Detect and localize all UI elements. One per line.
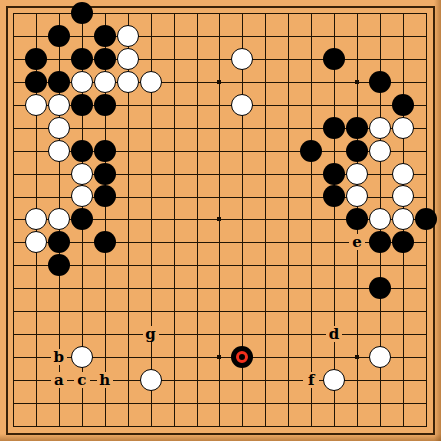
- circle-mark-icon: [236, 351, 248, 363]
- white-stone: [71, 185, 93, 207]
- point-label-a: a: [51, 372, 67, 388]
- white-stone: [117, 25, 139, 47]
- black-stone: [369, 277, 391, 299]
- white-stone: [392, 185, 414, 207]
- white-stone: [140, 71, 162, 93]
- white-stone: [25, 94, 47, 116]
- white-stone: [231, 48, 253, 70]
- white-stone: [231, 94, 253, 116]
- white-stone: [117, 48, 139, 70]
- black-stone: [346, 208, 368, 230]
- black-stone: [94, 231, 116, 253]
- white-stone: [71, 163, 93, 185]
- white-stone: [117, 71, 139, 93]
- black-stone: [346, 117, 368, 139]
- black-stone: [94, 48, 116, 70]
- black-stone: [323, 48, 345, 70]
- black-stone: [48, 231, 70, 253]
- black-stone: [71, 2, 93, 24]
- black-stone: [25, 71, 47, 93]
- white-stone: [48, 140, 70, 162]
- black-stone: [48, 71, 70, 93]
- white-stone: [94, 71, 116, 93]
- black-stone: [48, 254, 70, 276]
- black-stone: [392, 94, 414, 116]
- black-stone: [71, 94, 93, 116]
- point-label-g: g: [143, 326, 159, 342]
- black-stone: [300, 140, 322, 162]
- black-stone: [369, 71, 391, 93]
- white-stone: [25, 231, 47, 253]
- black-stone: [323, 185, 345, 207]
- black-stone: [94, 185, 116, 207]
- point-label-b: b: [51, 349, 67, 365]
- white-stone: [369, 117, 391, 139]
- white-stone: [369, 140, 391, 162]
- black-stone: [323, 163, 345, 185]
- white-stone: [71, 346, 93, 368]
- point-label-e: e: [349, 234, 365, 250]
- white-stone: [48, 117, 70, 139]
- stones-grid: egdbachf: [2, 2, 438, 438]
- go-board: egdbachf: [0, 0, 441, 441]
- white-stone: [25, 208, 47, 230]
- black-stone: [346, 140, 368, 162]
- point-label-d: d: [326, 326, 342, 342]
- white-stone: [346, 185, 368, 207]
- black-stone: [71, 140, 93, 162]
- white-stone: [392, 163, 414, 185]
- white-stone: [369, 208, 391, 230]
- black-stone: [94, 25, 116, 47]
- white-stone: [48, 208, 70, 230]
- black-stone: [323, 117, 345, 139]
- black-stone: [25, 48, 47, 70]
- white-stone: [392, 208, 414, 230]
- black-stone: [94, 140, 116, 162]
- white-stone: [392, 117, 414, 139]
- black-stone: [94, 94, 116, 116]
- black-stone: [48, 25, 70, 47]
- white-stone: [140, 369, 162, 391]
- black-stone: [94, 163, 116, 185]
- white-stone: [369, 346, 391, 368]
- black-stone: [415, 208, 437, 230]
- white-stone: [346, 163, 368, 185]
- white-stone: [71, 71, 93, 93]
- black-stone: [392, 231, 414, 253]
- black-stone: [369, 231, 391, 253]
- white-stone: [323, 369, 345, 391]
- white-stone: [48, 94, 70, 116]
- point-label-h: h: [97, 372, 113, 388]
- point-label-f: f: [303, 372, 319, 388]
- black-stone: [71, 208, 93, 230]
- black-stone: [71, 48, 93, 70]
- point-label-c: c: [74, 372, 90, 388]
- black-stone-marked: [231, 346, 253, 368]
